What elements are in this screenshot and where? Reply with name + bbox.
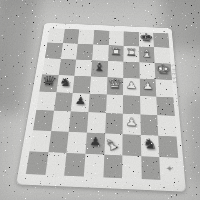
chessboard-photo: ♚♜♜♝♝♚♛♞♛♟♟♟♟♟♝♞✦ CHESS — [0, 0, 200, 200]
photo-vignette — [0, 0, 200, 200]
